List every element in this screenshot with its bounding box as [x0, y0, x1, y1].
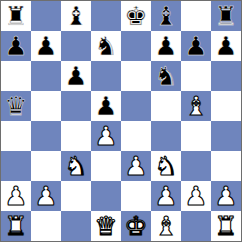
piece-white-pawn: ♟ [124, 151, 147, 181]
square-c8[interactable]: ♝ [61, 1, 91, 31]
square-e6[interactable] [121, 61, 151, 91]
square-g5[interactable]: ♝ [181, 91, 211, 121]
square-g2[interactable]: ♟ [181, 181, 211, 211]
square-e1[interactable]: ♚ [121, 211, 151, 241]
square-f8[interactable]: ♝ [151, 1, 181, 31]
square-c5[interactable] [61, 91, 91, 121]
square-e7[interactable] [121, 31, 151, 61]
square-a5[interactable]: ♛ [1, 91, 31, 121]
chess-board: ♜♝♚♝♜♟♟♞♟♟♟♟♞♛♟♝♟♞♟♞♟♟♟♟♟♜♛♚♝♜ [1, 1, 241, 241]
square-g3[interactable] [181, 151, 211, 181]
piece-black-knight: ♞ [154, 61, 177, 91]
square-e3[interactable]: ♟ [121, 151, 151, 181]
piece-black-pawn: ♟ [214, 31, 237, 61]
piece-white-bishop: ♝ [184, 91, 207, 121]
square-f5[interactable] [151, 91, 181, 121]
square-e5[interactable] [121, 91, 151, 121]
square-d5[interactable]: ♟ [91, 91, 121, 121]
piece-white-rook: ♜ [214, 211, 237, 241]
square-c1[interactable] [61, 211, 91, 241]
square-d3[interactable] [91, 151, 121, 181]
square-b1[interactable] [31, 211, 61, 241]
square-g1[interactable] [181, 211, 211, 241]
square-e2[interactable] [121, 181, 151, 211]
piece-white-pawn: ♟ [214, 181, 237, 211]
square-h5[interactable] [211, 91, 241, 121]
piece-black-queen: ♛ [4, 91, 27, 121]
piece-white-bishop: ♝ [154, 211, 177, 241]
square-c4[interactable] [61, 121, 91, 151]
square-b2[interactable]: ♟ [31, 181, 61, 211]
square-c2[interactable] [61, 181, 91, 211]
square-f7[interactable]: ♟ [151, 31, 181, 61]
piece-black-pawn: ♟ [154, 31, 177, 61]
piece-white-queen: ♛ [94, 211, 117, 241]
square-d7[interactable]: ♞ [91, 31, 121, 61]
square-b5[interactable] [31, 91, 61, 121]
square-c6[interactable]: ♟ [61, 61, 91, 91]
piece-black-knight: ♞ [94, 31, 117, 61]
piece-white-knight: ♞ [64, 151, 87, 181]
piece-white-pawn: ♟ [34, 181, 57, 211]
square-a1[interactable]: ♜ [1, 211, 31, 241]
square-f3[interactable]: ♞ [151, 151, 181, 181]
piece-black-pawn: ♟ [34, 31, 57, 61]
square-d6[interactable] [91, 61, 121, 91]
square-e4[interactable] [121, 121, 151, 151]
square-h6[interactable] [211, 61, 241, 91]
square-h7[interactable]: ♟ [211, 31, 241, 61]
square-h4[interactable] [211, 121, 241, 151]
square-a6[interactable] [1, 61, 31, 91]
square-f2[interactable]: ♟ [151, 181, 181, 211]
square-c3[interactable]: ♞ [61, 151, 91, 181]
square-c7[interactable] [61, 31, 91, 61]
square-d1[interactable]: ♛ [91, 211, 121, 241]
square-g8[interactable] [181, 1, 211, 31]
square-d2[interactable] [91, 181, 121, 211]
square-e8[interactable]: ♚ [121, 1, 151, 31]
square-f4[interactable] [151, 121, 181, 151]
square-d8[interactable] [91, 1, 121, 31]
piece-white-rook: ♜ [4, 211, 27, 241]
square-h8[interactable]: ♜ [211, 1, 241, 31]
piece-white-knight: ♞ [154, 151, 177, 181]
square-a7[interactable]: ♟ [1, 31, 31, 61]
square-b6[interactable] [31, 61, 61, 91]
square-a4[interactable] [1, 121, 31, 151]
piece-black-bishop: ♝ [154, 1, 177, 31]
square-h1[interactable]: ♜ [211, 211, 241, 241]
piece-black-pawn: ♟ [4, 31, 27, 61]
square-h2[interactable]: ♟ [211, 181, 241, 211]
piece-black-king: ♚ [124, 1, 147, 31]
square-a8[interactable]: ♜ [1, 1, 31, 31]
piece-black-pawn: ♟ [184, 31, 207, 61]
square-b4[interactable] [31, 121, 61, 151]
square-a2[interactable]: ♟ [1, 181, 31, 211]
board-frame: ♜♝♚♝♜♟♟♞♟♟♟♟♞♛♟♝♟♞♟♞♟♟♟♟♟♜♛♚♝♜ [0, 0, 242, 242]
piece-white-pawn: ♟ [184, 181, 207, 211]
square-b8[interactable] [31, 1, 61, 31]
square-f1[interactable]: ♝ [151, 211, 181, 241]
piece-black-bishop: ♝ [64, 1, 87, 31]
square-b7[interactable]: ♟ [31, 31, 61, 61]
piece-white-pawn: ♟ [94, 121, 117, 151]
square-f6[interactable]: ♞ [151, 61, 181, 91]
square-g6[interactable] [181, 61, 211, 91]
square-h3[interactable] [211, 151, 241, 181]
square-d4[interactable]: ♟ [91, 121, 121, 151]
square-g7[interactable]: ♟ [181, 31, 211, 61]
square-g4[interactable] [181, 121, 211, 151]
piece-white-pawn: ♟ [4, 181, 27, 211]
piece-black-rook: ♜ [214, 1, 237, 31]
piece-black-pawn: ♟ [64, 61, 87, 91]
piece-black-pawn: ♟ [94, 91, 117, 121]
square-a3[interactable] [1, 151, 31, 181]
piece-black-rook: ♜ [4, 1, 27, 31]
square-b3[interactable] [31, 151, 61, 181]
piece-white-king: ♚ [124, 211, 147, 241]
piece-white-pawn: ♟ [154, 181, 177, 211]
